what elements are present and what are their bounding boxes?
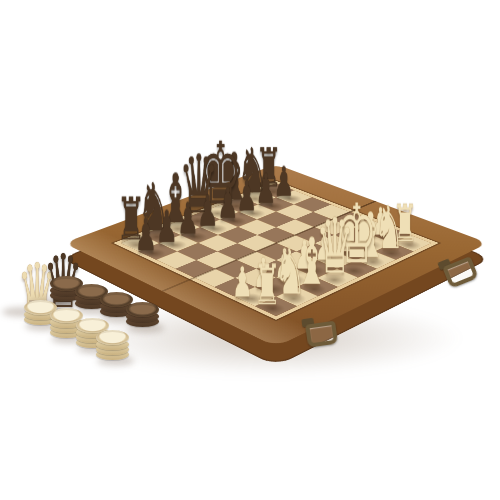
piece-white-rook[interactable]: ♜ [253, 258, 270, 313]
piece-black-rook[interactable]: ♜ [116, 191, 134, 249]
checker-disc-dark [126, 302, 159, 317]
piece-black-pawn[interactable]: ♟ [134, 212, 152, 257]
piece-black-pawn[interactable]: ♟ [156, 205, 174, 249]
checkers-stack-light-4[interactable] [96, 330, 129, 360]
checkers-stack-dark-4[interactable] [126, 302, 159, 327]
piece-black-pawn[interactable]: ♟ [217, 182, 234, 224]
piece-black-pawn[interactable]: ♟ [236, 175, 253, 217]
brass-clasp-2 [301, 315, 336, 345]
piece-black-pawn[interactable]: ♟ [255, 168, 272, 209]
checker-disc-light [96, 330, 129, 345]
product-photo-scene: ♜♟♟♜♞♟♟♞♝♟♟♝♚♟♟♚♛♟♟♛♝♟♟♝♞♟♟♞♜♟♟♜ ♛♛ [0, 0, 500, 500]
piece-white-pawn[interactable]: ♟ [232, 261, 249, 302]
piece-black-pawn[interactable]: ♟ [177, 197, 195, 241]
piece-black-pawn[interactable]: ♟ [197, 189, 214, 232]
clasp-loop-icon [305, 321, 338, 348]
